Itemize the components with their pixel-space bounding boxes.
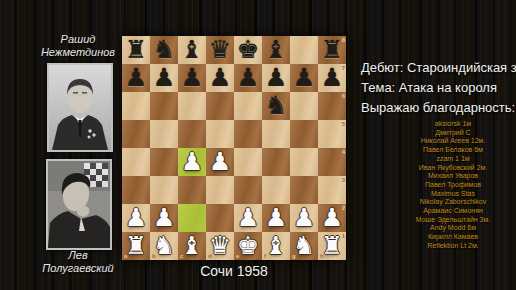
square-c3[interactable] bbox=[178, 176, 206, 204]
piece-white-pawn-g2: ♟ bbox=[293, 204, 315, 232]
square-b4[interactable] bbox=[150, 148, 178, 176]
square-e3[interactable] bbox=[234, 176, 262, 204]
square-b3[interactable] bbox=[150, 176, 178, 204]
square-f7[interactable]: ♟ bbox=[262, 64, 290, 92]
portrait-nezhmetdinov-image bbox=[49, 65, 111, 150]
square-a3[interactable] bbox=[122, 176, 150, 204]
player-bottom-first-name: Лев bbox=[18, 249, 138, 262]
square-a7[interactable]: ♟ bbox=[122, 64, 150, 92]
coord-label-1: 1 bbox=[342, 233, 345, 239]
piece-black-pawn-e7: ♟ bbox=[237, 64, 259, 92]
square-g5[interactable] bbox=[290, 120, 318, 148]
square-f8[interactable]: ♝ bbox=[262, 36, 290, 64]
coord-label-a: a bbox=[124, 253, 127, 259]
coord-label-h: h bbox=[320, 253, 324, 259]
piece-white-pawn-e2: ♟ bbox=[237, 204, 259, 232]
square-g7[interactable]: ♟ bbox=[290, 64, 318, 92]
coord-label-c: c bbox=[180, 253, 183, 259]
player-top-first-name: Рашид bbox=[18, 33, 138, 46]
square-e7[interactable]: ♟ bbox=[234, 64, 262, 92]
square-h6[interactable]: 6 bbox=[318, 92, 346, 120]
piece-white-knight-b1: ♞ bbox=[153, 232, 175, 260]
square-g6[interactable] bbox=[290, 92, 318, 120]
donor-item: Павел Белаков 6м bbox=[378, 146, 516, 155]
square-e4[interactable] bbox=[234, 148, 262, 176]
square-f1[interactable]: ♝f bbox=[262, 232, 290, 260]
donor-item: Reflektion Lt 2м. bbox=[378, 242, 516, 251]
player-name-bottom: Лев Полугаевский bbox=[18, 249, 138, 275]
square-f5[interactable] bbox=[262, 120, 290, 148]
donor-item: Кирилл Камаев bbox=[378, 233, 516, 242]
square-g3[interactable] bbox=[290, 176, 318, 204]
square-b8[interactable]: ♞ bbox=[150, 36, 178, 64]
coord-label-6: 6 bbox=[342, 93, 345, 99]
square-c8[interactable]: ♝ bbox=[178, 36, 206, 64]
square-g8[interactable] bbox=[290, 36, 318, 64]
square-h7[interactable]: ♟7 bbox=[318, 64, 346, 92]
square-a1[interactable]: ♜a bbox=[122, 232, 150, 260]
coord-label-5: 5 bbox=[342, 121, 345, 127]
piece-white-pawn-d4: ♟ bbox=[209, 148, 231, 176]
square-h2[interactable]: ♟2 bbox=[318, 204, 346, 232]
piece-white-rook-h1: ♜ bbox=[321, 232, 343, 260]
piece-white-bishop-f1: ♝ bbox=[265, 232, 287, 260]
thanks-heading: Выражаю благодарность: bbox=[361, 98, 513, 118]
piece-black-knight-b8: ♞ bbox=[153, 36, 175, 64]
square-h3[interactable]: 3 bbox=[318, 176, 346, 204]
piece-black-pawn-g7: ♟ bbox=[293, 64, 315, 92]
square-d2[interactable] bbox=[206, 204, 234, 232]
square-d4[interactable]: ♟ bbox=[206, 148, 234, 176]
coord-label-7: 7 bbox=[342, 65, 345, 71]
square-g1[interactable]: ♞g bbox=[290, 232, 318, 260]
square-d3[interactable] bbox=[206, 176, 234, 204]
square-d6[interactable] bbox=[206, 92, 234, 120]
donor-item: Моше Эдельштайн 3м. bbox=[378, 216, 516, 225]
piece-black-pawn-c7: ♟ bbox=[181, 64, 203, 92]
piece-white-bishop-c1: ♝ bbox=[181, 232, 203, 260]
square-e2[interactable]: ♟ bbox=[234, 204, 262, 232]
square-a4[interactable] bbox=[122, 148, 150, 176]
square-c7[interactable]: ♟ bbox=[178, 64, 206, 92]
square-b7[interactable]: ♟ bbox=[150, 64, 178, 92]
player-bottom-last-name: Полугаевский bbox=[18, 262, 138, 275]
square-g2[interactable]: ♟ bbox=[290, 204, 318, 232]
video-thumbnail-canvas: Рашид Нежметдинов bbox=[0, 0, 516, 290]
piece-white-rook-a1: ♜ bbox=[125, 232, 147, 260]
square-d8[interactable]: ♛ bbox=[206, 36, 234, 64]
square-e8[interactable]: ♚ bbox=[234, 36, 262, 64]
piece-white-pawn-a2: ♟ bbox=[125, 204, 147, 232]
square-a6[interactable] bbox=[122, 92, 150, 120]
square-f4[interactable] bbox=[262, 148, 290, 176]
donor-item: Павел Трофимов bbox=[378, 181, 516, 190]
info-panel: Дебют: Староиндийская з. Тема: Атака на … bbox=[361, 58, 513, 118]
square-b1[interactable]: ♞b bbox=[150, 232, 178, 260]
square-c5[interactable] bbox=[178, 120, 206, 148]
piece-black-knight-f6: ♞ bbox=[265, 92, 287, 120]
donor-item: zzam 1 1м bbox=[378, 155, 516, 164]
square-h8[interactable]: ♜8 bbox=[318, 36, 346, 64]
piece-black-queen-d8: ♛ bbox=[209, 36, 231, 64]
square-c2[interactable] bbox=[178, 204, 206, 232]
piece-white-pawn-c4: ♟ bbox=[181, 148, 203, 176]
square-c4[interactable]: ♟ bbox=[178, 148, 206, 176]
chess-board: ♜♞♝♛♚♝♜8♟♟♟♟♟♟♟♟7♞65♟♟43♟♟♟♟♟♟2♜a♞b♝c♛d♚… bbox=[122, 36, 346, 260]
donor-item: Михаил Уваров bbox=[378, 172, 516, 181]
donor-item: Andy Modd 6м bbox=[378, 224, 516, 233]
portrait-polugaevsky bbox=[46, 159, 112, 250]
portrait-polugaevsky-image bbox=[48, 161, 110, 248]
square-b2[interactable]: ♟ bbox=[150, 204, 178, 232]
square-d7[interactable]: ♟ bbox=[206, 64, 234, 92]
piece-white-knight-g1: ♞ bbox=[293, 232, 315, 260]
piece-white-queen-d1: ♛ bbox=[209, 232, 231, 260]
coord-label-2: 2 bbox=[342, 205, 345, 211]
opening-line: Дебют: Староиндийская з. bbox=[361, 58, 513, 78]
donor-item: Иван Якубовский 2м. bbox=[378, 164, 516, 173]
piece-black-rook-h8: ♜ bbox=[321, 36, 343, 64]
piece-black-pawn-a7: ♟ bbox=[125, 64, 147, 92]
coord-label-b: b bbox=[152, 253, 156, 259]
square-a2[interactable]: ♟ bbox=[122, 204, 150, 232]
coord-label-g: g bbox=[292, 253, 296, 259]
player-name-top: Рашид Нежметдинов bbox=[18, 33, 138, 59]
square-f3[interactable] bbox=[262, 176, 290, 204]
piece-black-pawn-d7: ♟ bbox=[209, 64, 231, 92]
square-b6[interactable] bbox=[150, 92, 178, 120]
square-d1[interactable]: ♛d bbox=[206, 232, 234, 260]
square-h4[interactable]: 4 bbox=[318, 148, 346, 176]
square-e5[interactable] bbox=[234, 120, 262, 148]
square-f6[interactable]: ♞ bbox=[262, 92, 290, 120]
donor-item: Nikolay Zaborschikov bbox=[378, 198, 516, 207]
square-g4[interactable] bbox=[290, 148, 318, 176]
piece-black-rook-a8: ♜ bbox=[125, 36, 147, 64]
piece-black-bishop-f8: ♝ bbox=[265, 36, 287, 64]
square-b5[interactable] bbox=[150, 120, 178, 148]
coord-label-8: 8 bbox=[342, 37, 345, 43]
donor-item: Николай Агеев 12м. bbox=[378, 137, 516, 146]
square-c1[interactable]: ♝c bbox=[178, 232, 206, 260]
piece-black-pawn-b7: ♟ bbox=[153, 64, 175, 92]
piece-white-pawn-h2: ♟ bbox=[321, 204, 343, 232]
coord-label-d: d bbox=[208, 253, 212, 259]
event-caption: Сочи 1958 bbox=[122, 263, 346, 279]
piece-black-pawn-h7: ♟ bbox=[321, 64, 343, 92]
donor-item: Арамаис Симонян bbox=[378, 207, 516, 216]
donor-item: Maximus Stas bbox=[378, 190, 516, 199]
coord-label-3: 3 bbox=[342, 177, 345, 183]
piece-black-pawn-f7: ♟ bbox=[265, 64, 287, 92]
piece-white-king-e1: ♚ bbox=[237, 232, 259, 260]
theme-line: Тема: Атака на короля bbox=[361, 78, 513, 98]
square-a8[interactable]: ♜ bbox=[122, 36, 150, 64]
square-a5[interactable] bbox=[122, 120, 150, 148]
square-f2[interactable]: ♟ bbox=[262, 204, 290, 232]
piece-white-pawn-f2: ♟ bbox=[265, 204, 287, 232]
square-e1[interactable]: ♚e bbox=[234, 232, 262, 260]
piece-black-king-e8: ♚ bbox=[237, 36, 259, 64]
square-h5[interactable]: 5 bbox=[318, 120, 346, 148]
donor-item: aksiorsk 1м bbox=[378, 120, 516, 129]
coord-label-f: f bbox=[264, 253, 266, 259]
piece-white-pawn-b2: ♟ bbox=[153, 204, 175, 232]
piece-black-bishop-c8: ♝ bbox=[181, 36, 203, 64]
square-e6[interactable] bbox=[234, 92, 262, 120]
player-top-last-name: Нежметдинов bbox=[18, 46, 138, 59]
portrait-nezhmetdinov bbox=[47, 63, 113, 152]
coord-label-4: 4 bbox=[342, 149, 345, 155]
donor-list: aksiorsk 1мДмитрий СНиколай Агеев 12м.Па… bbox=[378, 120, 516, 251]
square-c6[interactable] bbox=[178, 92, 206, 120]
square-d5[interactable] bbox=[206, 120, 234, 148]
square-h1[interactable]: ♜1h bbox=[318, 232, 346, 260]
coord-label-e: e bbox=[236, 253, 239, 259]
